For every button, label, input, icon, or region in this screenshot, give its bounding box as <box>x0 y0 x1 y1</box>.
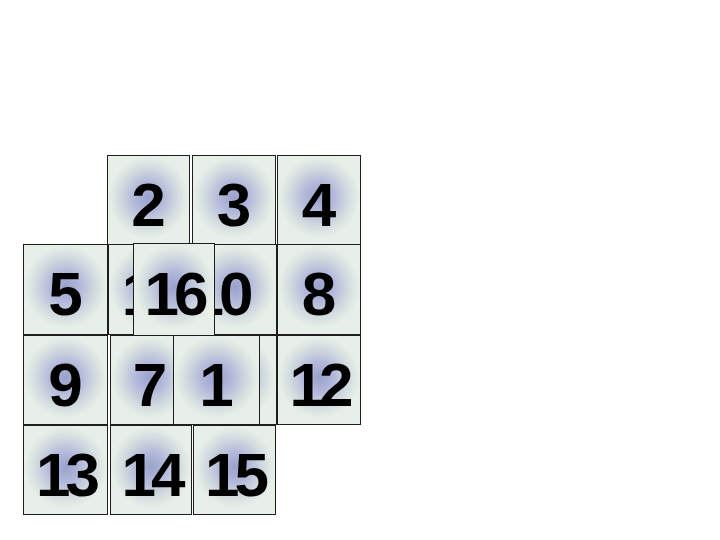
tile-label: 8 <box>302 263 336 325</box>
tile-label: 14 <box>122 444 181 506</box>
tile-9[interactable]: 9 <box>23 335 108 425</box>
tile-12[interactable]: 12 <box>277 335 361 425</box>
tile-4[interactable]: 4 <box>277 155 361 245</box>
tile-2[interactable]: 2 <box>107 155 190 245</box>
tile-5[interactable]: 5 <box>23 244 108 335</box>
tile-13[interactable]: 13 <box>23 425 108 515</box>
tile-label: 1 <box>199 354 233 416</box>
tile-3[interactable]: 3 <box>192 155 276 245</box>
tile-label: 12 <box>290 354 349 416</box>
tile-label: 7 <box>133 354 167 416</box>
tile-15[interactable]: 15 <box>193 425 276 515</box>
tile-label: 13 <box>36 444 95 506</box>
tile-label: 15 <box>205 444 264 506</box>
tile-label: 4 <box>302 174 336 236</box>
tile-8[interactable]: 8 <box>277 244 361 335</box>
tile-label: 16 <box>145 263 204 325</box>
tile-16[interactable]: 16 <box>133 243 215 336</box>
tile-label: 3 <box>217 174 251 236</box>
tile-1[interactable]: 1 <box>173 335 260 425</box>
tile-14[interactable]: 14 <box>110 425 192 515</box>
tile-label: 9 <box>48 354 82 416</box>
slide-canvas: 2345111089712131415161 <box>0 0 720 540</box>
tile-label: 2 <box>131 174 165 236</box>
tile-label: 5 <box>48 263 82 325</box>
